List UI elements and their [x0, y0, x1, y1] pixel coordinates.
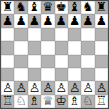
black-pawn-icon: ♟ — [96, 14, 107, 26]
square-e3[interactable] — [55, 68, 68, 81]
black-pawn-icon: ♟ — [42, 14, 53, 26]
square-h2[interactable]: ♙ — [95, 81, 108, 94]
square-g5[interactable] — [81, 41, 94, 54]
square-f1[interactable]: ♗ — [68, 95, 81, 108]
square-g8[interactable]: ♞ — [81, 1, 94, 14]
square-a3[interactable] — [1, 68, 14, 81]
square-b6[interactable] — [14, 28, 27, 41]
square-c1[interactable]: ♗ — [28, 95, 41, 108]
square-f7[interactable]: ♟ — [68, 14, 81, 27]
square-a4[interactable] — [1, 55, 14, 68]
square-d7[interactable]: ♟ — [41, 14, 54, 27]
square-c5[interactable] — [28, 41, 41, 54]
square-b8[interactable]: ♞ — [14, 1, 27, 14]
square-b5[interactable] — [14, 41, 27, 54]
square-b7[interactable]: ♟ — [14, 14, 27, 27]
white-pawn-icon: ♙ — [56, 81, 67, 93]
square-d1[interactable]: ♕ — [41, 95, 54, 108]
black-pawn-icon: ♟ — [69, 14, 80, 26]
square-a7[interactable]: ♟ — [1, 14, 14, 27]
white-bishop-icon: ♗ — [69, 95, 80, 107]
black-king-icon: ♚ — [56, 1, 67, 13]
square-e4[interactable] — [55, 55, 68, 68]
square-h5[interactable] — [95, 41, 108, 54]
square-f3[interactable] — [68, 68, 81, 81]
square-h8[interactable]: ♜ — [95, 1, 108, 14]
square-a5[interactable] — [1, 41, 14, 54]
square-d6[interactable] — [41, 28, 54, 41]
black-bishop-icon: ♝ — [29, 1, 40, 13]
square-c6[interactable] — [28, 28, 41, 41]
square-d8[interactable]: ♛ — [41, 1, 54, 14]
chess-board: ♜♞♝♛♚♝♞♜♟♟♟♟♟♟♟♟♙♙♙♙♙♙♙♙♖♘♗♕♔♗♘♖ — [0, 0, 109, 109]
black-bishop-icon: ♝ — [69, 1, 80, 13]
white-knight-icon: ♘ — [82, 95, 93, 107]
white-pawn-icon: ♙ — [29, 81, 40, 93]
square-e7[interactable]: ♟ — [55, 14, 68, 27]
white-queen-icon: ♕ — [42, 95, 53, 107]
square-d3[interactable] — [41, 68, 54, 81]
white-pawn-icon: ♙ — [96, 81, 107, 93]
square-a1[interactable]: ♖ — [1, 95, 14, 108]
square-g2[interactable]: ♙ — [81, 81, 94, 94]
square-h6[interactable] — [95, 28, 108, 41]
square-c3[interactable] — [28, 68, 41, 81]
square-e6[interactable] — [55, 28, 68, 41]
square-c7[interactable]: ♟ — [28, 14, 41, 27]
black-knight-icon: ♞ — [82, 1, 93, 13]
chess-board-container: ♜♞♝♛♚♝♞♜♟♟♟♟♟♟♟♟♙♙♙♙♙♙♙♙♖♘♗♕♔♗♘♖ — [0, 0, 109, 109]
white-rook-icon: ♖ — [2, 95, 13, 107]
square-a6[interactable] — [1, 28, 14, 41]
black-pawn-icon: ♟ — [82, 14, 93, 26]
square-b4[interactable] — [14, 55, 27, 68]
square-g1[interactable]: ♘ — [81, 95, 94, 108]
square-g4[interactable] — [81, 55, 94, 68]
square-b1[interactable]: ♘ — [14, 95, 27, 108]
square-d2[interactable]: ♙ — [41, 81, 54, 94]
black-knight-icon: ♞ — [15, 1, 26, 13]
square-a8[interactable]: ♜ — [1, 1, 14, 14]
square-f2[interactable]: ♙ — [68, 81, 81, 94]
white-knight-icon: ♘ — [15, 95, 26, 107]
square-a2[interactable]: ♙ — [1, 81, 14, 94]
square-b3[interactable] — [14, 68, 27, 81]
white-pawn-icon: ♙ — [2, 81, 13, 93]
white-king-icon: ♔ — [56, 95, 67, 107]
black-pawn-icon: ♟ — [29, 14, 40, 26]
black-rook-icon: ♜ — [96, 1, 107, 13]
square-f8[interactable]: ♝ — [68, 1, 81, 14]
square-c2[interactable]: ♙ — [28, 81, 41, 94]
square-f6[interactable] — [68, 28, 81, 41]
black-pawn-icon: ♟ — [56, 14, 67, 26]
square-c8[interactable]: ♝ — [28, 1, 41, 14]
white-rook-icon: ♖ — [96, 95, 107, 107]
square-h1[interactable]: ♖ — [95, 95, 108, 108]
black-pawn-icon: ♟ — [15, 14, 26, 26]
square-h3[interactable] — [95, 68, 108, 81]
white-pawn-icon: ♙ — [42, 81, 53, 93]
square-g3[interactable] — [81, 68, 94, 81]
white-pawn-icon: ♙ — [15, 81, 26, 93]
square-g6[interactable] — [81, 28, 94, 41]
square-c4[interactable] — [28, 55, 41, 68]
black-pawn-icon: ♟ — [2, 14, 13, 26]
square-e5[interactable] — [55, 41, 68, 54]
black-queen-icon: ♛ — [42, 1, 53, 13]
square-d5[interactable] — [41, 41, 54, 54]
square-e8[interactable]: ♚ — [55, 1, 68, 14]
square-d4[interactable] — [41, 55, 54, 68]
square-h4[interactable] — [95, 55, 108, 68]
square-g7[interactable]: ♟ — [81, 14, 94, 27]
white-bishop-icon: ♗ — [29, 95, 40, 107]
square-f4[interactable] — [68, 55, 81, 68]
square-f5[interactable] — [68, 41, 81, 54]
square-h7[interactable]: ♟ — [95, 14, 108, 27]
white-pawn-icon: ♙ — [69, 81, 80, 93]
square-b2[interactable]: ♙ — [14, 81, 27, 94]
white-pawn-icon: ♙ — [82, 81, 93, 93]
square-e1[interactable]: ♔ — [55, 95, 68, 108]
black-rook-icon: ♜ — [2, 1, 13, 13]
square-e2[interactable]: ♙ — [55, 81, 68, 94]
